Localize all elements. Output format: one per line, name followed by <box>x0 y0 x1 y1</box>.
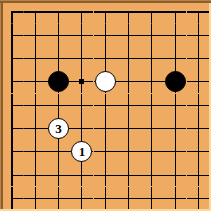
intersection <box>187 70 210 93</box>
intersection <box>24 47 47 70</box>
intersection <box>0 0 23 23</box>
intersection <box>163 24 186 47</box>
go-grid: 31 <box>0 0 210 210</box>
intersection <box>94 47 117 70</box>
intersection <box>0 117 23 140</box>
intersection <box>117 163 140 186</box>
intersection <box>24 117 47 140</box>
intersection <box>47 163 70 186</box>
intersection <box>94 187 117 210</box>
intersection <box>187 94 210 117</box>
intersection <box>94 94 117 117</box>
intersection <box>24 0 47 23</box>
intersection <box>47 70 70 93</box>
intersection <box>140 187 163 210</box>
intersection <box>187 187 210 210</box>
intersection <box>47 24 70 47</box>
board-frame-left <box>0 0 3 211</box>
intersection <box>163 47 186 70</box>
white-stone-move-1: 1 <box>71 141 92 162</box>
intersection <box>70 94 93 117</box>
go-board-diagram: 31 <box>0 0 211 211</box>
intersection <box>24 187 47 210</box>
intersection <box>70 24 93 47</box>
intersection <box>163 0 186 23</box>
intersection <box>70 70 93 93</box>
white-stone <box>95 71 116 92</box>
intersection <box>187 163 210 186</box>
intersection <box>140 47 163 70</box>
star-point-marker <box>79 79 84 84</box>
intersection <box>117 140 140 163</box>
intersection <box>47 0 70 23</box>
intersection <box>94 0 117 23</box>
board-frame-top <box>0 0 211 3</box>
intersection <box>163 140 186 163</box>
intersection <box>0 163 23 186</box>
intersection <box>24 70 47 93</box>
intersection <box>117 0 140 23</box>
intersection <box>94 70 117 93</box>
intersection <box>47 187 70 210</box>
intersection <box>187 140 210 163</box>
intersection <box>0 24 23 47</box>
intersection <box>163 117 186 140</box>
intersection <box>187 117 210 140</box>
intersection <box>47 94 70 117</box>
intersection <box>140 70 163 93</box>
intersection <box>24 94 47 117</box>
intersection <box>94 140 117 163</box>
intersection <box>70 187 93 210</box>
black-stone <box>48 71 69 92</box>
black-stone <box>165 71 186 92</box>
intersection <box>163 94 186 117</box>
intersection <box>140 94 163 117</box>
intersection <box>140 24 163 47</box>
intersection <box>94 24 117 47</box>
intersection <box>163 187 186 210</box>
intersection <box>163 70 186 93</box>
intersection <box>140 0 163 23</box>
intersection <box>94 117 117 140</box>
intersection <box>117 47 140 70</box>
intersection <box>140 163 163 186</box>
intersection <box>24 140 47 163</box>
intersection: 3 <box>47 117 70 140</box>
intersection <box>0 187 23 210</box>
intersection <box>140 140 163 163</box>
intersection <box>70 117 93 140</box>
intersection <box>0 70 23 93</box>
white-stone-move-3: 3 <box>48 118 69 139</box>
intersection <box>70 163 93 186</box>
intersection: 1 <box>70 140 93 163</box>
intersection <box>187 0 210 23</box>
intersection <box>117 117 140 140</box>
board-frame-bottom <box>0 209 211 211</box>
intersection <box>117 70 140 93</box>
intersection <box>163 163 186 186</box>
intersection <box>140 117 163 140</box>
intersection <box>70 0 93 23</box>
intersection <box>47 140 70 163</box>
intersection <box>94 163 117 186</box>
intersection <box>47 47 70 70</box>
intersection <box>117 187 140 210</box>
intersection <box>0 140 23 163</box>
intersection <box>117 24 140 47</box>
intersection <box>0 94 23 117</box>
intersection <box>24 24 47 47</box>
intersection <box>70 47 93 70</box>
intersection <box>0 47 23 70</box>
intersection <box>117 94 140 117</box>
intersection <box>187 47 210 70</box>
intersection <box>187 24 210 47</box>
intersection <box>24 163 47 186</box>
board-frame-right <box>209 0 211 211</box>
